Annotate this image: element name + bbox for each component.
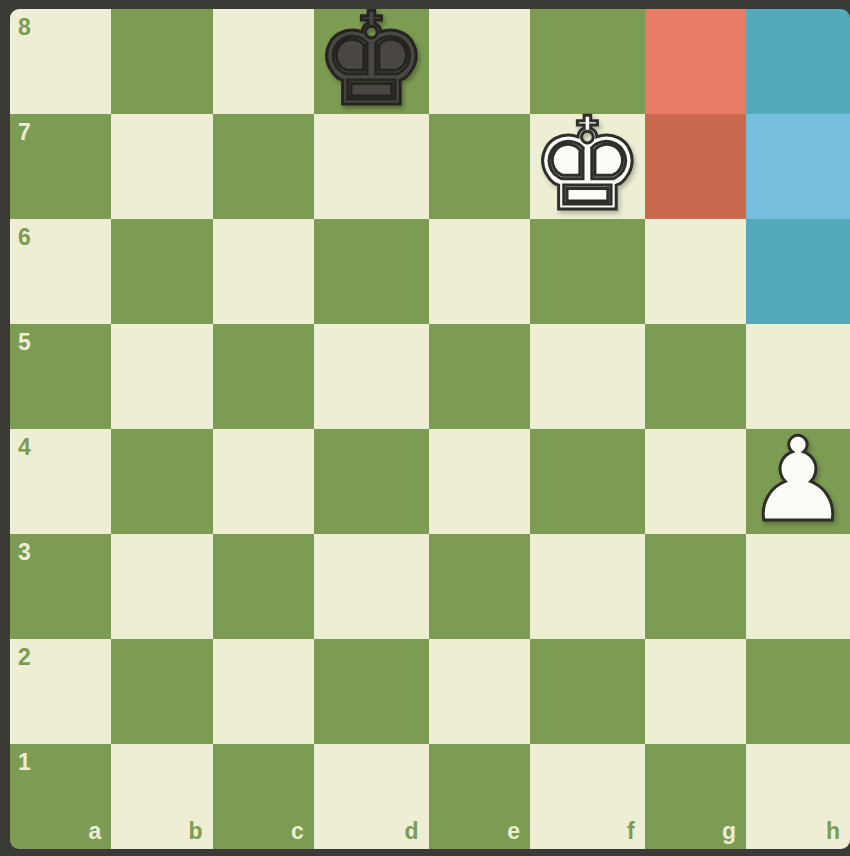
rank-label-5: 5 [18,331,31,354]
square-b8[interactable] [111,9,212,114]
square-g3[interactable] [645,534,746,639]
square-c7[interactable] [213,114,314,219]
square-c6[interactable] [213,219,314,324]
file-label-g: g [722,820,736,843]
square-e4[interactable] [429,429,530,534]
chessboard: 8♚7♚654♟321abcdefgh [10,9,850,849]
square-d5[interactable] [314,324,429,429]
file-label-h: h [826,820,840,843]
square-c8[interactable] [213,9,314,114]
square-d6[interactable] [314,219,429,324]
square-a2[interactable]: 2 [10,639,111,744]
file-label-b: b [189,820,203,843]
square-b1[interactable]: b [111,744,212,849]
square-g6[interactable] [645,219,746,324]
white-pawn[interactable]: ♟ [746,427,850,532]
square-h4[interactable]: ♟ [746,429,850,534]
black-king[interactable]: ♚ [314,9,429,112]
square-f7[interactable]: ♚ [530,114,645,219]
square-b5[interactable] [111,324,212,429]
square-a7[interactable]: 7 [10,114,111,219]
square-e2[interactable] [429,639,530,744]
square-e3[interactable] [429,534,530,639]
square-a6[interactable]: 6 [10,219,111,324]
square-e5[interactable] [429,324,530,429]
file-label-d: d [405,820,419,843]
rank-label-4: 4 [18,436,31,459]
square-b3[interactable] [111,534,212,639]
white-king[interactable]: ♚ [530,112,645,217]
square-e7[interactable] [429,114,530,219]
square-h2[interactable] [746,639,850,744]
square-a1[interactable]: 1a [10,744,111,849]
rank-label-3: 3 [18,541,31,564]
square-g2[interactable] [645,639,746,744]
rank-label-7: 7 [18,121,31,144]
board-frame: 8♚7♚654♟321abcdefgh [0,0,850,856]
square-d2[interactable] [314,639,429,744]
square-h1[interactable]: h [746,744,850,849]
square-d1[interactable]: d [314,744,429,849]
square-e1[interactable]: e [429,744,530,849]
square-b7[interactable] [111,114,212,219]
square-b6[interactable] [111,219,212,324]
rank-label-2: 2 [18,646,31,669]
square-g1[interactable]: g [645,744,746,849]
square-h3[interactable] [746,534,850,639]
square-a5[interactable]: 5 [10,324,111,429]
square-f5[interactable] [530,324,645,429]
file-label-a: a [89,820,102,843]
file-label-e: e [507,820,520,843]
square-h7[interactable] [746,114,850,219]
file-label-f: f [627,820,635,843]
square-e6[interactable] [429,219,530,324]
square-g5[interactable] [645,324,746,429]
square-a4[interactable]: 4 [10,429,111,534]
square-a3[interactable]: 3 [10,534,111,639]
square-c2[interactable] [213,639,314,744]
square-b2[interactable] [111,639,212,744]
rank-label-6: 6 [18,226,31,249]
square-b4[interactable] [111,429,212,534]
square-h6[interactable] [746,219,850,324]
square-f1[interactable]: f [530,744,645,849]
square-f4[interactable] [530,429,645,534]
square-c5[interactable] [213,324,314,429]
rank-label-8: 8 [18,16,31,39]
square-f6[interactable] [530,219,645,324]
square-c4[interactable] [213,429,314,534]
rank-label-1: 1 [18,751,31,774]
square-d4[interactable] [314,429,429,534]
square-a8[interactable]: 8 [10,9,111,114]
square-d3[interactable] [314,534,429,639]
square-g8[interactable] [645,9,746,114]
square-c3[interactable] [213,534,314,639]
square-g7[interactable] [645,114,746,219]
square-d8[interactable]: ♚ [314,9,429,114]
square-f2[interactable] [530,639,645,744]
file-label-c: c [291,820,304,843]
square-f3[interactable] [530,534,645,639]
square-c1[interactable]: c [213,744,314,849]
square-g4[interactable] [645,429,746,534]
square-d7[interactable] [314,114,429,219]
square-h8[interactable] [746,9,850,114]
square-e8[interactable] [429,9,530,114]
